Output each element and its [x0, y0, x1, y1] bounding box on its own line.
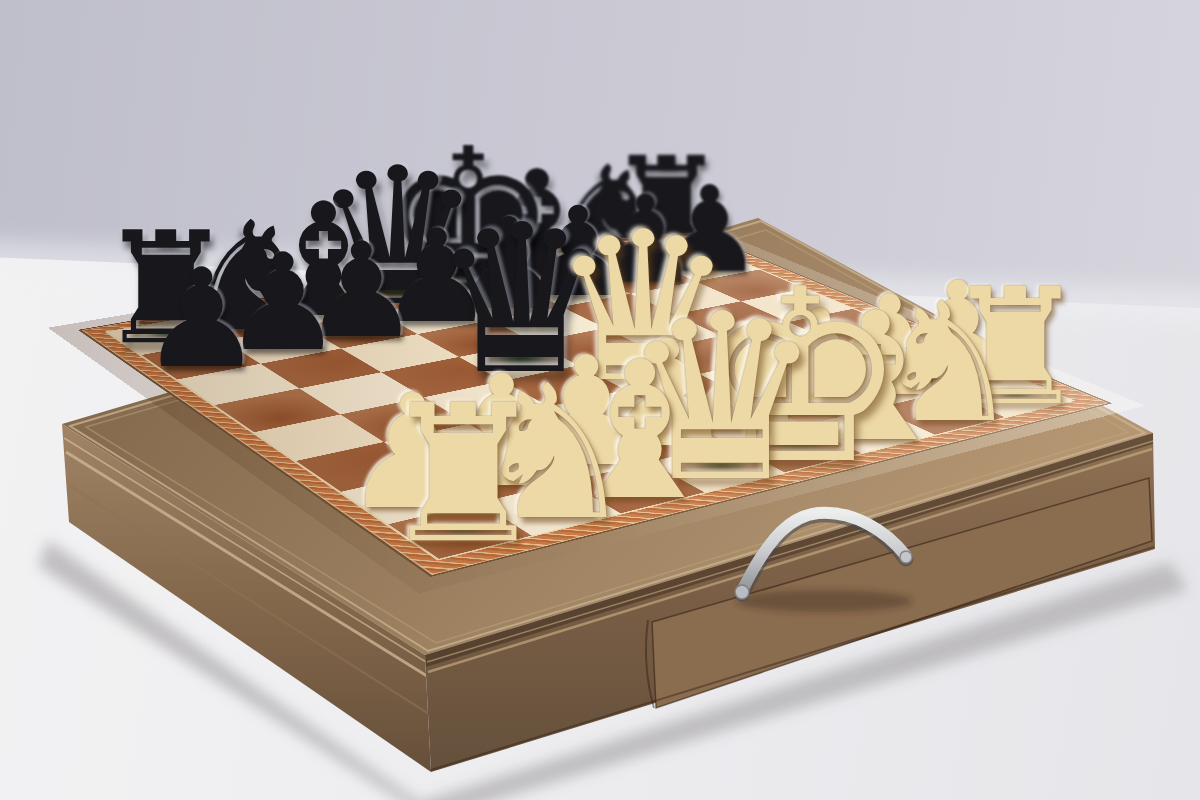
- handle-post-left: [735, 585, 749, 599]
- handle-post-right: [900, 551, 912, 563]
- product-photo-scene: ♜♞♟♝♟♚♟♛♟♝♟♞♟♜♟♟♛♛♟♟♜♟♞♟♝♟♚♟♛♟♝♟♞♜: [0, 0, 1200, 800]
- piece-white-rook-a1: ♜: [378, 380, 548, 569]
- handle-shadow: [736, 590, 912, 612]
- piece-black-pawn-a7: ♟: [140, 250, 263, 387]
